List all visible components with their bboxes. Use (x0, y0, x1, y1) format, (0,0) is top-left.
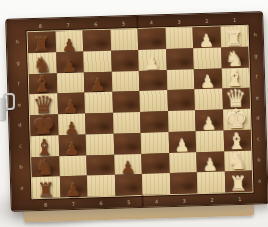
square-b1: ♞ (224, 150, 252, 172)
square-h5 (110, 29, 138, 51)
square-b8: ♞ (31, 156, 59, 178)
coord-label: h (249, 24, 261, 45)
play-area: ♜♟♟♜♞♟♟♞♝♟♟♝♛♟♛♚♟♟♚♝♟♟♝♞♟♟♞♜♟♜ (27, 25, 254, 200)
coord-label: 4 (143, 196, 171, 206)
coord-label: 3 (170, 195, 198, 205)
square-b6 (86, 154, 114, 176)
coord-label: d (252, 107, 264, 128)
piece-white-rook: ♜ (224, 174, 252, 195)
square-a5 (114, 174, 142, 196)
square-e4 (139, 90, 167, 112)
square-e2 (194, 89, 222, 111)
square-h7: ♟ (55, 31, 83, 53)
square-b4 (141, 153, 169, 175)
square-d3 (168, 110, 196, 132)
coord-label: 6 (82, 19, 110, 29)
square-b5: ♟ (114, 153, 142, 175)
square-g1: ♞ (221, 46, 249, 68)
square-f4 (139, 70, 167, 92)
square-f6: ♟ (84, 71, 112, 93)
coord-label: h (12, 31, 24, 52)
square-c6 (86, 133, 114, 155)
square-a6 (87, 175, 115, 197)
square-h2: ♟ (193, 26, 221, 48)
square-g4: ♟ (138, 49, 166, 71)
square-d2: ♟ (195, 109, 223, 131)
square-a1: ♜ (224, 171, 252, 193)
square-c1: ♝ (223, 129, 251, 151)
chess-board: 87654321 87654321 hgfedcba hgfedcba ♜♟♟♜… (5, 11, 268, 212)
square-g3 (166, 48, 194, 70)
coord-label: 1 (220, 15, 248, 25)
coord-label: 8 (26, 20, 54, 30)
square-g2 (193, 47, 221, 69)
square-f7 (56, 72, 84, 94)
coord-label: g (12, 52, 24, 73)
square-a7: ♟ (59, 176, 87, 198)
coord-label: 4 (137, 17, 165, 27)
coord-label: 5 (109, 18, 137, 28)
square-g8: ♞ (28, 52, 56, 74)
coord-label: 2 (193, 15, 221, 25)
square-d6 (85, 113, 113, 135)
piece-black-pawn: ♟ (60, 182, 88, 200)
coord-label: b (15, 156, 27, 177)
coord-label: 7 (59, 199, 87, 209)
square-d8: ♚ (30, 114, 58, 136)
square-h3 (165, 27, 193, 49)
square-a4 (142, 173, 170, 195)
coord-label: f (13, 73, 25, 94)
square-d1: ♚ (222, 109, 250, 131)
square-c7: ♟ (58, 134, 86, 156)
square-g5 (111, 50, 139, 72)
coord-label: c (253, 128, 265, 149)
square-d5 (113, 112, 141, 134)
clasp-plate (0, 98, 6, 120)
coord-label: f (251, 66, 263, 87)
square-h6 (83, 30, 111, 52)
square-f5 (111, 70, 139, 92)
metal-clasp-icon (0, 93, 16, 123)
square-g6 (83, 51, 111, 73)
chess-set-photo: 87654321 87654321 hgfedcba hgfedcba ♜♟♟♜… (0, 0, 268, 227)
piece-black-rook: ♜ (32, 179, 60, 200)
coord-label: a (16, 177, 28, 198)
coord-label: a (254, 169, 266, 190)
square-a8: ♜ (32, 177, 60, 199)
coord-label: 2 (198, 194, 226, 204)
square-a2 (197, 172, 225, 194)
square-h8: ♜ (28, 31, 56, 53)
square-a3 (169, 173, 197, 195)
coord-label: 6 (87, 198, 115, 208)
square-e7: ♟ (57, 93, 85, 115)
square-c2 (196, 130, 224, 152)
square-e6 (84, 92, 112, 114)
coord-label: 3 (165, 16, 193, 26)
square-c5 (113, 133, 141, 155)
square-h1: ♜ (220, 26, 248, 48)
square-b3 (169, 152, 197, 174)
square-e5 (112, 91, 140, 113)
square-c4 (141, 132, 169, 154)
square-b7 (59, 155, 87, 177)
square-e3 (167, 90, 195, 112)
coord-label: 7 (54, 20, 82, 30)
square-f3 (166, 69, 194, 91)
coord-label: e (251, 87, 263, 108)
square-h4 (138, 28, 166, 50)
square-d7: ♟ (58, 114, 86, 136)
coord-label: g (250, 45, 262, 66)
square-c8: ♝ (31, 135, 59, 157)
square-f2: ♟ (194, 68, 222, 90)
square-d4 (140, 111, 168, 133)
square-g7: ♟ (56, 51, 84, 73)
coord-label: b (253, 149, 265, 170)
square-c3: ♟ (168, 131, 196, 153)
coord-label: c (15, 135, 27, 156)
coord-label: 5 (115, 197, 143, 207)
square-b2: ♟ (196, 151, 224, 173)
